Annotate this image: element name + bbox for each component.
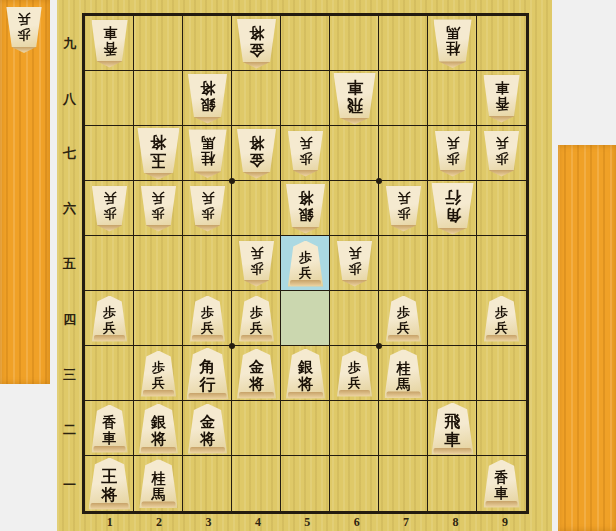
piece-kanji: 飛 車: [431, 413, 474, 449]
square-7一[interactable]: [379, 456, 428, 511]
piece-kanji: 香 車: [483, 80, 520, 111]
piece-kanji: 歩 兵: [190, 306, 226, 335]
square-1五[interactable]: [85, 236, 134, 291]
square-4一[interactable]: [232, 456, 281, 511]
piece-kanji: 歩 兵: [6, 12, 42, 41]
square-6一[interactable]: [330, 456, 379, 511]
square-1三[interactable]: [85, 346, 134, 401]
piece-kanji: 銀 将: [286, 189, 326, 223]
piece-kanji: 歩 兵: [92, 306, 128, 335]
square-5一[interactable]: [281, 456, 330, 511]
rank-label-一: 一: [57, 476, 82, 494]
file-label-5: 5: [304, 515, 310, 530]
piece-kanji: 桂 馬: [139, 471, 178, 502]
square-1八[interactable]: [85, 71, 134, 126]
square-7九[interactable]: [379, 16, 428, 71]
square-2八[interactable]: [134, 71, 183, 126]
rank-label-七: 七: [57, 145, 82, 163]
piece-kanji: 玉 将: [137, 133, 180, 169]
piece-kanji: 銀 将: [286, 359, 326, 393]
star-point: [376, 343, 382, 349]
piece-kanji: 桂 馬: [188, 134, 227, 165]
file-label-9: 9: [502, 515, 508, 530]
piece-kanji: 歩 兵: [239, 306, 275, 335]
rank-label-三: 三: [57, 366, 82, 384]
file-label-3: 3: [206, 515, 212, 530]
gote-piece-stand: [558, 145, 616, 531]
square-3五[interactable]: [183, 236, 232, 291]
piece-kanji: 角 行: [186, 358, 229, 394]
square-2四[interactable]: [134, 291, 183, 346]
piece-kanji: 歩 兵: [239, 246, 275, 275]
star-point: [376, 178, 382, 184]
square-4二[interactable]: [232, 401, 281, 456]
square-3九[interactable]: [183, 16, 232, 71]
sente-piece-stand: 歩 兵: [0, 0, 50, 384]
square-4八[interactable]: [232, 71, 281, 126]
piece-kanji: 歩 兵: [190, 191, 226, 220]
piece-kanji: 桂 馬: [433, 24, 472, 55]
rank-label-九: 九: [57, 35, 82, 53]
square-9九[interactable]: [477, 16, 526, 71]
rank-label-六: 六: [57, 200, 82, 218]
rank-label-二: 二: [57, 421, 82, 439]
star-point: [229, 343, 235, 349]
piece-kanji: 角 行: [431, 188, 474, 224]
square-6六[interactable]: [330, 181, 379, 236]
piece-kanji: 金 将: [237, 134, 277, 168]
piece-kanji: 歩 兵: [288, 251, 324, 280]
square-8三[interactable]: [428, 346, 477, 401]
square-8五[interactable]: [428, 236, 477, 291]
square-1七[interactable]: [85, 126, 134, 181]
square-5二[interactable]: [281, 401, 330, 456]
square-5八[interactable]: [281, 71, 330, 126]
square-7八[interactable]: [379, 71, 428, 126]
piece-kanji: 香 車: [483, 470, 520, 501]
file-label-8: 8: [453, 515, 459, 530]
square-2九[interactable]: [134, 16, 183, 71]
square-5四[interactable]: [281, 291, 330, 346]
piece-kanji: 歩 兵: [386, 306, 422, 335]
board-grid: 香 車金 将桂 馬銀 将飛 車香 車玉 将桂 馬金 将歩 兵歩 兵歩 兵歩 兵歩…: [82, 13, 529, 514]
star-point: [229, 178, 235, 184]
piece-kanji: 銀 将: [138, 414, 178, 448]
square-9三[interactable]: [477, 346, 526, 401]
piece-kanji: 歩 兵: [140, 191, 176, 220]
piece-kanji: 歩 兵: [484, 306, 520, 335]
piece-kanji: 歩 兵: [435, 136, 471, 165]
square-7七[interactable]: [379, 126, 428, 181]
piece-kanji: 歩 兵: [288, 136, 324, 165]
piece-kanji: 歩 兵: [337, 246, 373, 275]
square-8四[interactable]: [428, 291, 477, 346]
piece-kanji: 金 将: [237, 359, 277, 393]
square-7二[interactable]: [379, 401, 428, 456]
piece-kanji: 銀 将: [188, 79, 228, 113]
rank-label-八: 八: [57, 90, 82, 108]
piece-kanji: 金 将: [188, 414, 228, 448]
piece-kanji: 歩 兵: [337, 361, 373, 390]
piece-kanji: 歩 兵: [92, 191, 128, 220]
square-4六[interactable]: [232, 181, 281, 236]
piece-kanji: 香 車: [91, 415, 128, 446]
square-9五[interactable]: [477, 236, 526, 291]
piece-kanji: 歩 兵: [140, 361, 176, 390]
square-7五[interactable]: [379, 236, 428, 291]
file-label-2: 2: [156, 515, 162, 530]
square-8一[interactable]: [428, 456, 477, 511]
square-6四[interactable]: [330, 291, 379, 346]
rank-label-五: 五: [57, 255, 82, 273]
square-5九[interactable]: [281, 16, 330, 71]
square-3一[interactable]: [183, 456, 232, 511]
piece-kanji: 金 将: [237, 24, 277, 58]
square-6九[interactable]: [330, 16, 379, 71]
piece-kanji: 飛 車: [333, 78, 376, 114]
piece-kanji: 香 車: [91, 25, 128, 56]
hand-piece-sente-pawn[interactable]: 歩 兵: [6, 7, 42, 53]
square-9二[interactable]: [477, 401, 526, 456]
rank-label-四: 四: [57, 311, 82, 329]
file-label-6: 6: [354, 515, 360, 530]
file-label-1: 1: [107, 515, 113, 530]
file-label-7: 7: [403, 515, 409, 530]
square-2五[interactable]: [134, 236, 183, 291]
piece-kanji: 王 将: [88, 468, 131, 504]
app-canvas: 歩 兵 香 車金 将桂 馬銀 将飛 車香 車玉 将桂 馬金 将歩 兵歩 兵歩 兵…: [0, 0, 616, 531]
shogi-board: 香 車金 将桂 馬銀 将飛 車香 車玉 将桂 馬金 将歩 兵歩 兵歩 兵歩 兵歩…: [57, 0, 552, 531]
piece-kanji: 歩 兵: [386, 191, 422, 220]
square-9六[interactable]: [477, 181, 526, 236]
square-6七[interactable]: [330, 126, 379, 181]
piece-kanji: 歩 兵: [484, 136, 520, 165]
piece-kanji: 桂 馬: [384, 361, 423, 392]
square-8八[interactable]: [428, 71, 477, 126]
square-6二[interactable]: [330, 401, 379, 456]
file-label-4: 4: [255, 515, 261, 530]
